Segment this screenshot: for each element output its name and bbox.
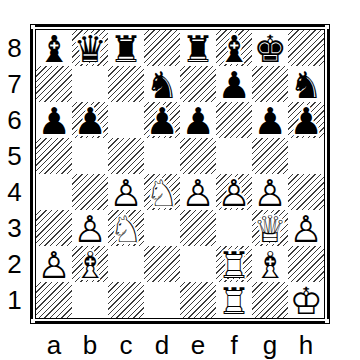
square-g3[interactable]: ♛♕ [252, 210, 288, 246]
file-label-e: e [180, 331, 216, 359]
chess-diagram: 87654321 ♝♝♛♛♜♜♜♜♝♝♚♚♞♞♟♟♞♞♟♟♟♟♟♟♟♟♟♟♟♟♟… [0, 0, 360, 360]
square-f1[interactable]: ♜♖ [216, 282, 252, 318]
square-g8[interactable]: ♚♚ [252, 30, 288, 66]
piece-glyph: ♗ [72, 247, 108, 283]
piece-glyph: ♟ [36, 103, 72, 139]
square-e3[interactable] [180, 210, 216, 246]
square-f4[interactable]: ♟♙ [216, 174, 252, 210]
square-b5[interactable] [72, 138, 108, 174]
frame-notch-top-left [31, 25, 35, 29]
piece-white-pawn-e4[interactable]: ♟♙ [180, 174, 216, 210]
square-h4[interactable] [288, 174, 324, 210]
square-a6[interactable]: ♟♟ [36, 102, 72, 138]
square-d4[interactable]: ♞♘ [144, 174, 180, 210]
square-f7[interactable]: ♟♟ [216, 66, 252, 102]
square-c1[interactable] [108, 282, 144, 318]
square-c8[interactable]: ♜♜ [108, 30, 144, 66]
piece-black-rook-e8[interactable]: ♜♜ [180, 30, 216, 66]
square-b8[interactable]: ♛♛ [72, 30, 108, 66]
piece-glyph: ♗ [252, 247, 288, 283]
square-e6[interactable]: ♟♟ [180, 102, 216, 138]
piece-white-rook-f1[interactable]: ♜♖ [216, 282, 252, 318]
rank-label-1: 1 [0, 282, 29, 318]
piece-glyph: ♟ [216, 67, 252, 103]
piece-white-pawn-a2[interactable]: ♟♙ [36, 246, 72, 282]
square-e1[interactable] [180, 282, 216, 318]
piece-black-queen-b8[interactable]: ♛♛ [72, 30, 108, 66]
piece-black-pawn-a6[interactable]: ♟♟ [36, 102, 72, 138]
square-e5[interactable] [180, 138, 216, 174]
frame-notch-top-right [325, 25, 329, 29]
square-h5[interactable] [288, 138, 324, 174]
rank-label-6: 6 [0, 102, 29, 138]
piece-white-pawn-g4[interactable]: ♟♙ [252, 174, 288, 210]
square-e2[interactable] [180, 246, 216, 282]
piece-white-knight-c3[interactable]: ♞♘ [108, 210, 144, 246]
square-e8[interactable]: ♜♜ [180, 30, 216, 66]
piece-glyph: ♟ [180, 103, 216, 139]
square-f3[interactable] [216, 210, 252, 246]
square-h7[interactable]: ♞♞ [288, 66, 324, 102]
piece-glyph: ♖ [216, 247, 252, 283]
piece-white-bishop-g2[interactable]: ♝♗ [252, 246, 288, 282]
file-label-f: f [216, 331, 252, 359]
rank-label-3: 3 [0, 210, 29, 246]
piece-glyph: ♔ [288, 283, 324, 319]
square-c6[interactable] [108, 102, 144, 138]
square-c2[interactable] [108, 246, 144, 282]
piece-black-bishop-f8[interactable]: ♝♝ [216, 30, 252, 66]
piece-glyph: ♘ [144, 175, 180, 211]
rank-labels: 87654321 [0, 30, 29, 318]
piece-glyph: ♜ [180, 31, 216, 67]
square-g4[interactable]: ♟♙ [252, 174, 288, 210]
square-b1[interactable] [72, 282, 108, 318]
square-c3[interactable]: ♞♘ [108, 210, 144, 246]
file-label-h: h [288, 331, 324, 359]
file-label-d: d [144, 331, 180, 359]
square-h1[interactable]: ♚♔ [288, 282, 324, 318]
square-d7[interactable]: ♞♞ [144, 66, 180, 102]
square-h2[interactable] [288, 246, 324, 282]
square-d6[interactable]: ♟♟ [144, 102, 180, 138]
file-label-a: a [36, 331, 72, 359]
piece-white-pawn-h3[interactable]: ♟♙ [288, 210, 324, 246]
piece-glyph: ♛ [72, 31, 108, 67]
piece-glyph: ♟ [288, 103, 324, 139]
piece-glyph: ♘ [108, 211, 144, 247]
frame-notch-bottom-right [325, 319, 329, 323]
square-g1[interactable] [252, 282, 288, 318]
piece-black-pawn-h6[interactable]: ♟♟ [288, 102, 324, 138]
piece-glyph: ♙ [108, 175, 144, 211]
piece-glyph: ♙ [288, 211, 324, 247]
square-b7[interactable] [72, 66, 108, 102]
piece-glyph: ♟ [72, 103, 108, 139]
rank-label-2: 2 [0, 246, 29, 282]
file-label-g: g [252, 331, 288, 359]
piece-glyph: ♙ [36, 247, 72, 283]
piece-white-queen-g3[interactable]: ♛♕ [252, 210, 288, 246]
square-h8[interactable] [288, 30, 324, 66]
square-c5[interactable] [108, 138, 144, 174]
piece-glyph: ♙ [180, 175, 216, 211]
square-d8[interactable] [144, 30, 180, 66]
piece-black-pawn-d6[interactable]: ♟♟ [144, 102, 180, 138]
square-b6[interactable]: ♟♟ [72, 102, 108, 138]
square-a2[interactable]: ♟♙ [36, 246, 72, 282]
piece-glyph: ♞ [144, 67, 180, 103]
rank-label-4: 4 [0, 174, 29, 210]
square-a5[interactable] [36, 138, 72, 174]
rank-label-8: 8 [0, 30, 29, 66]
piece-glyph: ♜ [108, 31, 144, 67]
square-h3[interactable]: ♟♙ [288, 210, 324, 246]
piece-white-pawn-f4[interactable]: ♟♙ [216, 174, 252, 210]
piece-black-pawn-e6[interactable]: ♟♟ [180, 102, 216, 138]
square-f2[interactable]: ♜♖ [216, 246, 252, 282]
piece-white-rook-f2[interactable]: ♜♖ [216, 246, 252, 282]
piece-glyph: ♕ [252, 211, 288, 247]
square-d2[interactable] [144, 246, 180, 282]
square-a7[interactable] [36, 66, 72, 102]
square-h6[interactable]: ♟♟ [288, 102, 324, 138]
piece-glyph: ♚ [252, 31, 288, 67]
piece-white-knight-d4[interactable]: ♞♘ [144, 174, 180, 210]
square-d3[interactable] [144, 210, 180, 246]
piece-black-bishop-a8[interactable]: ♝♝ [36, 30, 72, 66]
piece-black-rook-c8[interactable]: ♜♜ [108, 30, 144, 66]
piece-glyph: ♖ [216, 283, 252, 319]
piece-glyph: ♙ [72, 211, 108, 247]
piece-black-knight-h7[interactable]: ♞♞ [288, 66, 324, 102]
square-a8[interactable]: ♝♝ [36, 30, 72, 66]
piece-white-pawn-b3[interactable]: ♟♙ [72, 210, 108, 246]
square-b3[interactable]: ♟♙ [72, 210, 108, 246]
square-g2[interactable]: ♝♗ [252, 246, 288, 282]
square-c4[interactable]: ♟♙ [108, 174, 144, 210]
square-b4[interactable] [72, 174, 108, 210]
file-label-b: b [72, 331, 108, 359]
square-g5[interactable] [252, 138, 288, 174]
file-labels: abcdefgh [36, 331, 324, 359]
square-f5[interactable] [216, 138, 252, 174]
piece-glyph: ♟ [144, 103, 180, 139]
piece-glyph: ♝ [36, 31, 72, 67]
square-a4[interactable] [36, 174, 72, 210]
file-label-c: c [108, 331, 144, 359]
frame-notch-bottom-left [31, 319, 35, 323]
piece-glyph: ♞ [288, 67, 324, 103]
piece-glyph: ♟ [252, 103, 288, 139]
piece-white-pawn-c4[interactable]: ♟♙ [108, 174, 144, 210]
square-d1[interactable] [144, 282, 180, 318]
square-d5[interactable] [144, 138, 180, 174]
piece-glyph: ♙ [216, 175, 252, 211]
piece-white-king-h1[interactable]: ♚♔ [288, 282, 324, 318]
piece-black-pawn-b6[interactable]: ♟♟ [72, 102, 108, 138]
square-e7[interactable] [180, 66, 216, 102]
square-g6[interactable]: ♟♟ [252, 102, 288, 138]
rank-label-7: 7 [0, 66, 29, 102]
rank-label-5: 5 [0, 138, 29, 174]
square-g7[interactable] [252, 66, 288, 102]
piece-black-pawn-f7[interactable]: ♟♟ [216, 66, 252, 102]
square-a3[interactable] [36, 210, 72, 246]
piece-glyph: ♙ [252, 175, 288, 211]
square-b2[interactable]: ♝♗ [72, 246, 108, 282]
square-c7[interactable] [108, 66, 144, 102]
square-f6[interactable] [216, 102, 252, 138]
square-f8[interactable]: ♝♝ [216, 30, 252, 66]
chess-board: ♝♝♛♛♜♜♜♜♝♝♚♚♞♞♟♟♞♞♟♟♟♟♟♟♟♟♟♟♟♟♟♙♞♘♟♙♟♙♟♙… [36, 30, 324, 318]
piece-black-king-g8[interactable]: ♚♚ [252, 30, 288, 66]
piece-black-pawn-g6[interactable]: ♟♟ [252, 102, 288, 138]
piece-white-bishop-b2[interactable]: ♝♗ [72, 246, 108, 282]
square-e4[interactable]: ♟♙ [180, 174, 216, 210]
square-a1[interactable] [36, 282, 72, 318]
piece-glyph: ♝ [216, 31, 252, 67]
piece-black-knight-d7[interactable]: ♞♞ [144, 66, 180, 102]
